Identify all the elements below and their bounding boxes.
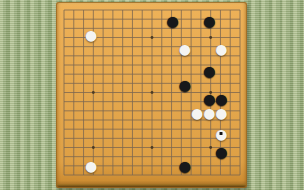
- board-point: ●: [179, 77, 191, 91]
- board-point: ●: [215, 126, 227, 140]
- black-stone: ●: [203, 63, 215, 77]
- stone-layer: ●●●●●●●●●●●●●●●●: [59, 5, 245, 179]
- board-point: ●: [191, 105, 203, 119]
- board-point: ●: [85, 158, 97, 172]
- board-point: ●: [179, 41, 191, 55]
- black-stone: ●: [215, 144, 227, 158]
- board-point: ●: [166, 13, 178, 27]
- board-point: ●: [215, 41, 227, 55]
- black-stone: ●: [166, 13, 178, 27]
- board-point: ●: [215, 144, 227, 158]
- black-stone: ●: [203, 91, 215, 105]
- white-stone: ●: [215, 105, 227, 119]
- board-point: ●: [203, 91, 215, 105]
- white-stone: ●: [203, 105, 215, 119]
- black-stone: ●: [179, 77, 191, 91]
- black-stone: ●: [179, 158, 191, 172]
- last-move-marker: [220, 132, 223, 135]
- board-point: ●: [215, 91, 227, 105]
- board-point: ●: [203, 105, 215, 119]
- black-stone: ●: [203, 13, 215, 27]
- white-stone: ●: [215, 41, 227, 55]
- board-point: ●: [203, 13, 215, 27]
- board-point: ●: [203, 63, 215, 77]
- go-board[interactable]: ●●●●●●●●●●●●●●●●: [56, 2, 247, 188]
- white-stone: ●: [85, 27, 97, 41]
- white-stone: ●: [179, 41, 191, 55]
- white-stone: ●: [85, 158, 97, 172]
- white-stone: ●: [191, 105, 203, 119]
- board-point: ●: [215, 105, 227, 119]
- black-stone: ●: [215, 91, 227, 105]
- board-point: ●: [179, 158, 191, 172]
- tatami-background: ●●●●●●●●●●●●●●●●: [0, 0, 304, 190]
- board-point: ●: [85, 27, 97, 41]
